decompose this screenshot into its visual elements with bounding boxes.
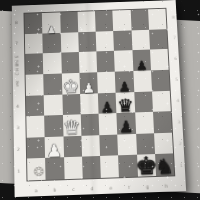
black-pawn[interactable]: ♟ — [118, 80, 131, 94]
rank-label: 4 — [16, 104, 19, 109]
square-e8[interactable] — [95, 11, 113, 32]
square-d7[interactable] — [78, 31, 96, 52]
rank-label: 1 — [180, 163, 183, 168]
square-g5[interactable] — [133, 70, 152, 91]
rank-label: 2 — [17, 147, 20, 152]
square-a5[interactable] — [26, 74, 44, 95]
rank-label: 2 — [179, 141, 182, 146]
square-a3[interactable] — [26, 116, 45, 138]
square-g7[interactable] — [131, 29, 150, 50]
rank-label: 6 — [16, 62, 19, 67]
square-h7[interactable] — [149, 29, 168, 50]
black-pawn[interactable]: ♟ — [100, 101, 114, 116]
square-g8[interactable] — [130, 9, 149, 30]
file-label: a — [35, 188, 38, 193]
square-c5[interactable]: ♚ — [61, 73, 80, 94]
square-d1[interactable] — [82, 156, 101, 178]
square-d6[interactable] — [79, 52, 98, 73]
square-h5[interactable] — [151, 70, 170, 91]
square-c3[interactable]: ♛ — [62, 114, 81, 136]
photo-scene: ® CHESS 87654321 87654321 abcdefgh ♟♟♚♟♟… — [0, 0, 200, 200]
square-f6[interactable] — [114, 50, 133, 71]
chess-mat: ® CHESS 87654321 87654321 abcdefgh ♟♟♚♟♟… — [12, 0, 186, 197]
square-b6[interactable] — [43, 53, 61, 74]
square-d3[interactable] — [81, 114, 100, 136]
rank-label: 6 — [174, 56, 177, 61]
square-h3[interactable] — [153, 111, 172, 133]
square-h8[interactable] — [148, 9, 167, 30]
file-label: e — [109, 186, 112, 191]
rank-label: 3 — [17, 125, 20, 130]
file-label: h — [165, 184, 168, 189]
square-a8[interactable] — [24, 13, 42, 34]
square-b4[interactable] — [44, 94, 63, 116]
rank-label: 8 — [172, 15, 175, 20]
square-d2[interactable] — [81, 135, 100, 157]
square-h2[interactable] — [154, 132, 173, 154]
black-knight[interactable]: ♞ — [155, 157, 175, 178]
rank-label: 1 — [17, 168, 20, 173]
rank-label: 4 — [176, 98, 179, 103]
file-label: b — [53, 188, 56, 193]
white-queen[interactable]: ♛ — [63, 118, 81, 138]
square-c4[interactable] — [62, 94, 81, 116]
square-c8[interactable] — [60, 12, 78, 33]
file-label: c — [72, 187, 75, 192]
square-b3[interactable] — [44, 115, 63, 137]
black-pawn[interactable]: ♟ — [136, 60, 148, 73]
square-e4[interactable]: ♟ — [98, 92, 117, 114]
square-b7[interactable] — [43, 33, 61, 54]
file-label: g — [146, 184, 149, 189]
square-h4[interactable] — [152, 90, 171, 112]
square-e1[interactable] — [100, 156, 119, 178]
board-logo-icon: ❂ — [33, 165, 44, 178]
square-b2[interactable]: ♟ — [45, 136, 64, 158]
rank-label: 3 — [177, 119, 180, 124]
square-a7[interactable] — [25, 33, 43, 54]
square-b8[interactable]: ♟ — [42, 12, 60, 33]
square-c7[interactable] — [60, 32, 78, 53]
square-f7[interactable] — [113, 30, 132, 51]
square-f3[interactable]: ♟ — [117, 113, 136, 135]
rank-label: 7 — [173, 36, 176, 41]
black-pawn[interactable]: ♟ — [119, 120, 134, 136]
square-h1[interactable]: ♞ — [155, 154, 174, 176]
square-e5[interactable] — [97, 72, 116, 93]
square-d8[interactable] — [77, 11, 95, 32]
square-a6[interactable] — [25, 53, 43, 74]
file-label: d — [91, 186, 94, 191]
square-b1[interactable] — [45, 158, 64, 180]
square-d5[interactable]: ♟ — [79, 72, 98, 93]
rank-label: 5 — [16, 83, 19, 88]
square-a4[interactable] — [26, 95, 44, 117]
square-g1[interactable]: ♚ — [137, 154, 156, 176]
square-h6[interactable] — [150, 49, 169, 70]
white-pawn[interactable]: ♟ — [82, 82, 95, 96]
square-a2[interactable] — [27, 137, 46, 159]
square-e6[interactable] — [96, 51, 115, 72]
square-b5[interactable] — [43, 73, 61, 94]
white-pawn[interactable]: ♟ — [46, 142, 62, 160]
rank-label: 7 — [15, 41, 18, 46]
black-queen[interactable]: ♛ — [117, 97, 134, 115]
square-f5[interactable]: ♟ — [115, 71, 134, 92]
rank-label: 5 — [175, 77, 178, 82]
square-d4[interactable] — [80, 93, 99, 115]
file-labels: abcdefgh — [27, 183, 176, 193]
square-g4[interactable] — [134, 91, 153, 113]
rank-labels-left: 87654321 — [15, 13, 21, 182]
square-f4[interactable]: ♛ — [116, 92, 135, 114]
file-label: f — [128, 185, 130, 190]
board-grid: ♟♟♚♟♟♟♛♛♟♟♚♞ — [23, 8, 175, 182]
square-c6[interactable] — [61, 52, 79, 73]
white-king[interactable]: ♚ — [62, 78, 79, 96]
rank-label: 8 — [15, 21, 18, 26]
square-g3[interactable] — [135, 112, 154, 134]
white-pawn[interactable]: ♟ — [47, 25, 56, 35]
square-e2[interactable] — [99, 134, 118, 156]
square-f8[interactable] — [113, 10, 132, 31]
square-e7[interactable] — [96, 31, 115, 52]
square-c1[interactable] — [64, 157, 83, 179]
square-g6[interactable]: ♟ — [132, 50, 151, 71]
